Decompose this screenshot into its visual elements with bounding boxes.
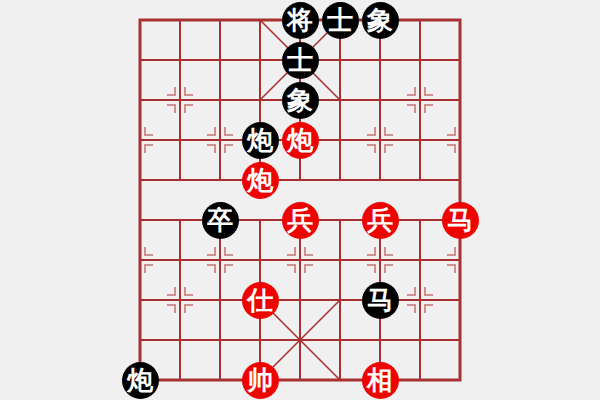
piece-red-soldier[interactable]: 兵 — [282, 202, 319, 239]
piece-black-elephant[interactable]: 象 — [282, 82, 319, 119]
piece-red-advisor[interactable]: 仕 — [242, 282, 279, 319]
piece-red-general[interactable]: 帅 — [242, 362, 279, 399]
piece-black-elephant[interactable]: 象 — [362, 2, 399, 39]
piece-red-cannon[interactable]: 炮 — [282, 122, 319, 159]
piece-black-horse[interactable]: 马 — [362, 282, 399, 319]
piece-red-elephant[interactable]: 相 — [362, 362, 399, 399]
xiangqi-board: 将士象士象炮炮炮卒兵兵马仕马炮帅相 — [120, 0, 480, 400]
piece-black-advisor[interactable]: 士 — [282, 42, 319, 79]
piece-red-cannon[interactable]: 炮 — [242, 162, 279, 199]
piece-black-general[interactable]: 将 — [282, 2, 319, 39]
piece-red-soldier[interactable]: 兵 — [362, 202, 399, 239]
xiangqi-app: 将士象士象炮炮炮卒兵兵马仕马炮帅相 — [0, 0, 600, 400]
piece-black-cannon[interactable]: 炮 — [242, 122, 279, 159]
piece-black-soldier[interactable]: 卒 — [202, 202, 239, 239]
piece-red-horse[interactable]: 马 — [442, 202, 479, 239]
piece-black-advisor[interactable]: 士 — [322, 2, 359, 39]
piece-black-cannon[interactable]: 炮 — [122, 362, 159, 399]
